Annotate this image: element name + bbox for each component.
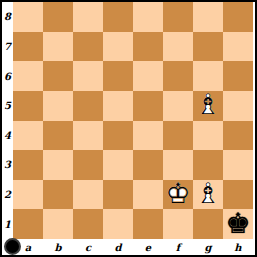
square-c7[interactable]: [73, 32, 103, 62]
rank-label-7: 7: [2, 32, 13, 62]
square-c3[interactable]: [73, 150, 103, 180]
rank-labels: 87654321: [2, 2, 13, 239]
square-a5[interactable]: [13, 91, 43, 121]
square-e1[interactable]: [133, 209, 163, 239]
square-h8[interactable]: [223, 2, 253, 32]
rank-label-5: 5: [2, 91, 13, 121]
square-b4[interactable]: [43, 121, 73, 151]
square-g1[interactable]: [193, 209, 223, 239]
file-label-e: e: [133, 240, 163, 255]
white-king-f2[interactable]: ♚♔: [163, 180, 193, 210]
square-h7[interactable]: [223, 32, 253, 62]
square-a6[interactable]: [13, 61, 43, 91]
square-b3[interactable]: [43, 150, 73, 180]
square-g4[interactable]: [193, 121, 223, 151]
square-b8[interactable]: [43, 2, 73, 32]
square-e2[interactable]: [133, 180, 163, 210]
rank-label-2: 2: [2, 180, 13, 210]
square-h5[interactable]: [223, 91, 253, 121]
square-d1[interactable]: [103, 209, 133, 239]
square-c8[interactable]: [73, 2, 103, 32]
square-d7[interactable]: [103, 32, 133, 62]
rank-label-4: 4: [2, 121, 13, 151]
square-f4[interactable]: [163, 121, 193, 151]
black-to-move-indicator: [4, 238, 21, 255]
square-b1[interactable]: [43, 209, 73, 239]
square-g3[interactable]: [193, 150, 223, 180]
square-h3[interactable]: [223, 150, 253, 180]
square-d4[interactable]: [103, 121, 133, 151]
square-d2[interactable]: [103, 180, 133, 210]
square-d5[interactable]: [103, 91, 133, 121]
square-a2[interactable]: [13, 180, 43, 210]
square-f3[interactable]: [163, 150, 193, 180]
square-f8[interactable]: [163, 2, 193, 32]
square-f5[interactable]: [163, 91, 193, 121]
square-a7[interactable]: [13, 32, 43, 62]
square-e7[interactable]: [133, 32, 163, 62]
square-f6[interactable]: [163, 61, 193, 91]
square-b2[interactable]: [43, 180, 73, 210]
square-e8[interactable]: [133, 2, 163, 32]
square-c4[interactable]: [73, 121, 103, 151]
square-b6[interactable]: [43, 61, 73, 91]
file-label-b: b: [43, 240, 73, 255]
square-d8[interactable]: [103, 2, 133, 32]
square-h4[interactable]: [223, 121, 253, 151]
file-label-g: g: [193, 240, 223, 255]
square-h2[interactable]: [223, 180, 253, 210]
square-g6[interactable]: [193, 61, 223, 91]
square-d6[interactable]: [103, 61, 133, 91]
square-a8[interactable]: [13, 2, 43, 32]
file-labels: abcdefgh: [13, 240, 253, 255]
file-label-f: f: [163, 240, 193, 255]
square-g7[interactable]: [193, 32, 223, 62]
square-e6[interactable]: [133, 61, 163, 91]
square-a3[interactable]: [13, 150, 43, 180]
rank-label-8: 8: [2, 2, 13, 32]
square-e5[interactable]: [133, 91, 163, 121]
square-c1[interactable]: [73, 209, 103, 239]
square-e3[interactable]: [133, 150, 163, 180]
rank-label-6: 6: [2, 61, 13, 91]
square-c5[interactable]: [73, 91, 103, 121]
file-label-h: h: [223, 240, 253, 255]
square-g8[interactable]: [193, 2, 223, 32]
square-f7[interactable]: [163, 32, 193, 62]
square-b7[interactable]: [43, 32, 73, 62]
chess-board: ♝♗♚♔♝♗♚: [13, 2, 253, 239]
square-a1[interactable]: [13, 209, 43, 239]
white-bishop-g5[interactable]: ♝♗: [193, 91, 223, 121]
file-label-d: d: [103, 240, 133, 255]
square-d3[interactable]: [103, 150, 133, 180]
square-f1[interactable]: [163, 209, 193, 239]
square-e4[interactable]: [133, 121, 163, 151]
square-b5[interactable]: [43, 91, 73, 121]
rank-label-1: 1: [2, 209, 13, 239]
white-bishop-g2[interactable]: ♝♗: [193, 180, 223, 210]
square-c2[interactable]: [73, 180, 103, 210]
black-king-h1[interactable]: ♚: [223, 209, 253, 239]
square-c6[interactable]: [73, 61, 103, 91]
file-label-c: c: [73, 240, 103, 255]
square-h6[interactable]: [223, 61, 253, 91]
rank-label-3: 3: [2, 150, 13, 180]
square-a4[interactable]: [13, 121, 43, 151]
chess-diagram: ♝♗♚♔♝♗♚ 87654321 abcdefgh: [0, 0, 257, 257]
